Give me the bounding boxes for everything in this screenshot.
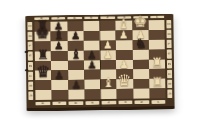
square-b2[interactable]: [133, 79, 149, 89]
coord-label: 6: [67, 17, 82, 20]
black-pawn: ♟: [54, 40, 64, 51]
clasp-icon: [25, 51, 28, 53]
square-a1[interactable]: [149, 88, 165, 98]
square-e2[interactable]: [132, 50, 148, 60]
square-e3[interactable]: [116, 50, 132, 60]
coord-label: 8: [34, 17, 49, 20]
coord-label: D: [167, 60, 172, 69]
square-f8[interactable]: [35, 41, 51, 51]
coord-label: 4: [102, 101, 117, 105]
coord-label: 2: [135, 100, 150, 104]
square-a3[interactable]: [117, 89, 133, 99]
black-pawn: ♟: [70, 30, 80, 41]
coord-label: 7: [51, 17, 66, 20]
square-a4[interactable]: [100, 89, 116, 99]
coord-label: 6: [69, 101, 84, 105]
coord-label: A: [28, 91, 33, 100]
square-d5[interactable]: ♟: [84, 60, 100, 70]
square-h2[interactable]: ♚: [132, 20, 148, 30]
square-c6[interactable]: [68, 70, 84, 80]
coord-label: C: [167, 70, 172, 79]
square-a5[interactable]: [84, 89, 100, 99]
coord-label: 5: [84, 17, 99, 20]
square-g4[interactable]: [100, 30, 116, 40]
square-a7[interactable]: [52, 90, 68, 100]
coord-label: B: [28, 81, 33, 90]
square-e1[interactable]: [149, 49, 165, 59]
square-b7[interactable]: [51, 80, 67, 90]
square-d3[interactable]: ♟: [116, 60, 132, 70]
square-h4[interactable]: [99, 21, 115, 31]
square-c5[interactable]: [84, 70, 100, 80]
coord-label: G: [28, 32, 33, 41]
square-d8[interactable]: [35, 61, 51, 71]
coord-label: 7: [52, 101, 67, 105]
square-h8[interactable]: ♜: [34, 22, 50, 32]
coord-label: B: [167, 80, 172, 89]
square-f6[interactable]: [67, 41, 83, 51]
black-pawn: ♟: [87, 59, 97, 70]
coord-label: F: [167, 40, 172, 49]
white-pawn: ♟: [103, 49, 113, 60]
square-g6[interactable]: ♟: [67, 31, 83, 41]
square-d6[interactable]: [67, 60, 83, 70]
square-c3[interactable]: [116, 69, 132, 79]
square-g8[interactable]: ♚: [35, 31, 51, 41]
coordinate-strip-left: HGFEDCBA: [27, 22, 33, 100]
chess-set-photo: 87654321 87654321 HGFEDCBA HGFEDCBA ♜♟♝♚…: [0, 0, 200, 129]
square-f3[interactable]: [116, 40, 132, 50]
square-c8[interactable]: ♛: [35, 70, 51, 80]
square-g7[interactable]: ♝: [51, 31, 67, 41]
square-b6[interactable]: ♟: [68, 80, 84, 90]
square-e6[interactable]: ♝: [67, 50, 83, 60]
coord-label: G: [167, 30, 172, 39]
coord-label: 3: [117, 16, 132, 19]
white-pawn: ♟: [103, 40, 113, 51]
coord-label: H: [27, 22, 32, 31]
square-c7[interactable]: ♟: [51, 70, 67, 80]
square-c1[interactable]: [149, 69, 165, 79]
square-b8[interactable]: [35, 80, 51, 90]
square-f4[interactable]: ♟: [100, 40, 116, 50]
square-e5[interactable]: ♟: [84, 50, 100, 60]
square-d4[interactable]: [100, 60, 116, 70]
white-bishop: ♝: [118, 17, 130, 30]
square-d7[interactable]: [51, 60, 67, 70]
coord-label: 8: [36, 102, 51, 106]
black-pawn: ♟: [71, 79, 81, 90]
square-a2[interactable]: [133, 89, 149, 99]
white-pawn: ♟: [135, 29, 145, 40]
black-rook: ♜: [37, 18, 49, 31]
coord-label: 2: [133, 16, 148, 19]
square-b1[interactable]: ♜: [149, 79, 165, 89]
square-a6[interactable]: [68, 90, 84, 100]
coord-label: F: [28, 42, 33, 51]
square-f5[interactable]: [83, 40, 99, 50]
black-pawn: ♟: [87, 50, 97, 61]
chess-board: 87654321 87654321 HGFEDCBA HGFEDCBA ♜♟♝♚…: [25, 14, 174, 111]
square-f2[interactable]: ♞: [132, 40, 148, 50]
white-pawn: ♟: [119, 30, 129, 41]
square-a8[interactable]: [35, 90, 51, 100]
square-f1[interactable]: [148, 40, 164, 50]
square-g5[interactable]: [83, 31, 99, 41]
square-h7[interactable]: ♟: [51, 21, 67, 31]
square-h1[interactable]: [148, 20, 164, 30]
coord-label: H: [166, 20, 171, 29]
square-d1[interactable]: ♜: [149, 59, 165, 69]
square-h3[interactable]: ♝: [116, 20, 132, 30]
coord-label: C: [28, 72, 33, 81]
square-h6[interactable]: [67, 21, 83, 31]
square-g2[interactable]: ♟: [132, 30, 148, 40]
coord-label: A: [167, 89, 172, 98]
square-e4[interactable]: ♟: [100, 50, 116, 60]
black-pawn: ♟: [55, 70, 65, 81]
coord-label: 1: [150, 16, 165, 19]
square-g1[interactable]: [148, 30, 164, 40]
square-b3[interactable]: ♛: [116, 79, 132, 89]
square-b5[interactable]: [84, 80, 100, 90]
square-g3[interactable]: ♟: [116, 30, 132, 40]
black-pawn: ♟: [54, 21, 64, 32]
square-c4[interactable]: [100, 70, 116, 80]
coord-label: D: [28, 62, 33, 71]
square-h5[interactable]: [83, 21, 99, 31]
coord-label: 1: [151, 100, 166, 104]
square-e8[interactable]: ♜: [35, 51, 51, 61]
square-c2[interactable]: [133, 69, 149, 79]
clasp-icon: [25, 69, 28, 71]
coord-label: 3: [118, 101, 133, 105]
coord-label: E: [28, 52, 33, 61]
coordinate-strip-right: HGFEDCBA: [166, 20, 172, 98]
white-pawn: ♟: [120, 59, 130, 70]
square-b4[interactable]: ♝: [100, 79, 116, 89]
coord-label: E: [167, 50, 172, 59]
board-scene: 87654321 87654321 HGFEDCBA HGFEDCBA ♜♟♝♚…: [0, 0, 200, 129]
square-d2[interactable]: [132, 59, 148, 69]
square-f7[interactable]: ♟: [51, 41, 67, 51]
coord-label: 5: [85, 101, 100, 105]
square-e7[interactable]: [51, 51, 67, 61]
coord-label: 4: [100, 16, 115, 19]
